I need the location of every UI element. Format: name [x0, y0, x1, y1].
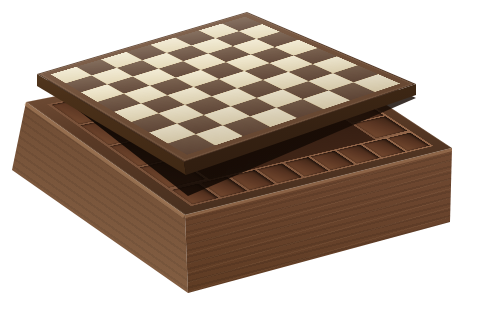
scene — [0, 0, 480, 321]
